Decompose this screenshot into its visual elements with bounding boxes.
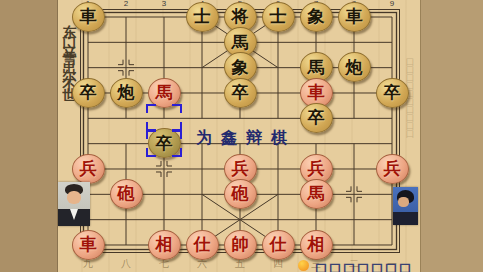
board-cell-5-6: 兵 — [221, 156, 259, 181]
piece-black-soldier[interactable]: 卒 — [224, 78, 257, 108]
piece-black-soldier[interactable]: 卒 — [376, 78, 409, 108]
bottom-watermark: 口口口口口口口 — [298, 260, 413, 272]
board-cell-7-2: 馬 — [297, 55, 335, 80]
board-cell-1-9: 車 — [69, 232, 107, 257]
board-cell-5-1: 馬 — [221, 29, 259, 54]
board-cell-9-3: 卒 — [373, 80, 411, 105]
board-cell-4-9: 仕 — [183, 232, 221, 257]
file-label-bottom-2: 八 — [119, 257, 133, 271]
piece-black-advisor[interactable]: 士 — [262, 2, 295, 32]
board-grid: 車士将士象車馬象馬炮卒炮馬卒車卒卒卒兵兵兵兵砲砲馬車相仕帥仕相 — [69, 4, 411, 257]
piece-black-cannon[interactable]: 炮 — [110, 78, 143, 108]
orange-logo-icon — [298, 260, 309, 271]
piece-red-general[interactable]: 帥 — [224, 230, 257, 260]
board-cell-7-4: 卒 — [297, 105, 335, 130]
board-cell-6-9: 仕 — [259, 232, 297, 257]
board-cell-7-0: 象 — [297, 4, 335, 29]
piece-black-soldier[interactable]: 卒 — [72, 78, 105, 108]
board-cell-7-9: 相 — [297, 232, 335, 257]
last-move-to-marker — [146, 130, 182, 157]
piece-black-chariot[interactable]: 車 — [72, 2, 105, 32]
board-cell-7-3: 車 — [297, 80, 335, 105]
piece-black-elephant[interactable]: 象 — [300, 2, 333, 32]
piece-black-soldier[interactable]: 卒 — [300, 103, 333, 133]
board-cell-6-0: 士 — [259, 4, 297, 29]
board-cell-1-0: 車 — [69, 4, 107, 29]
piece-black-chariot[interactable]: 車 — [338, 2, 371, 32]
right-player-face — [398, 197, 409, 207]
board-cell-3-9: 相 — [145, 232, 183, 257]
board-cell-5-3: 卒 — [221, 80, 259, 105]
piece-red-soldier[interactable]: 兵 — [72, 154, 105, 184]
board-cell-2-7: 砲 — [107, 181, 145, 206]
right-player-body — [393, 212, 418, 225]
board-cell-2-3: 炮 — [107, 80, 145, 105]
piece-black-advisor[interactable]: 士 — [186, 2, 219, 32]
last-move-from-marker — [146, 104, 182, 131]
board-cell-5-9: 帥 — [221, 232, 259, 257]
board-cell-8-2: 炮 — [335, 55, 373, 80]
piece-red-cannon[interactable]: 砲 — [224, 179, 257, 209]
piece-red-chariot[interactable]: 車 — [72, 230, 105, 260]
piece-black-cannon[interactable]: 炮 — [338, 52, 371, 82]
piece-red-elephant[interactable]: 相 — [300, 230, 333, 260]
piece-red-advisor[interactable]: 仕 — [186, 230, 219, 260]
letterbox-left — [0, 0, 58, 272]
board-cell-8-0: 車 — [335, 4, 373, 29]
board-cell-5-0: 将 — [221, 4, 259, 29]
board-cell-4-0: 士 — [183, 4, 221, 29]
letterbox-right — [420, 0, 483, 272]
left-player-photo — [58, 182, 90, 226]
board-cell-1-6: 兵 — [69, 156, 107, 181]
board-cell-9-6: 兵 — [373, 156, 411, 181]
right-player-photo — [393, 187, 418, 225]
xiangqi-video-frame: 123456789 九八七六五四三二一 东门立雪出尔不世 口口口口口口口口口口 … — [0, 0, 483, 272]
piece-red-cannon[interactable]: 砲 — [110, 179, 143, 209]
bottom-watermark-text: 口口口口口口口 — [315, 260, 413, 272]
board-cell-1-3: 卒 — [69, 80, 107, 105]
board-cell-7-6: 兵 — [297, 156, 335, 181]
board-cell-3-3: 馬 — [145, 80, 183, 105]
left-player-face — [67, 191, 81, 204]
piece-red-soldier[interactable]: 兵 — [376, 154, 409, 184]
piece-red-horse[interactable]: 馬 — [300, 179, 333, 209]
piece-red-horse[interactable]: 馬 — [148, 78, 181, 108]
piece-red-elephant[interactable]: 相 — [148, 230, 181, 260]
board-cell-7-7: 馬 — [297, 181, 335, 206]
board-cell-5-2: 象 — [221, 55, 259, 80]
piece-red-advisor[interactable]: 仕 — [262, 230, 295, 260]
board-cell-5-7: 砲 — [221, 181, 259, 206]
